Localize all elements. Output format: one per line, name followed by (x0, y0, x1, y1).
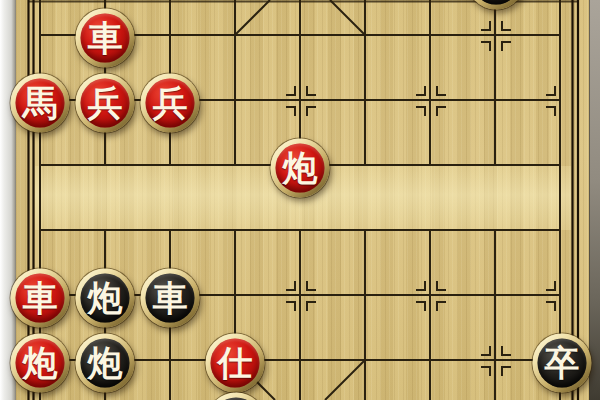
piece-red-soldier[interactable]: 兵 (141, 74, 200, 133)
piece-black-chariot[interactable]: 車 (141, 269, 200, 328)
piece-character: 炮 (23, 346, 58, 381)
piece-red-cannon[interactable]: 炮 (271, 139, 330, 198)
position-marker (306, 106, 316, 116)
piece-character: 卒 (545, 346, 580, 381)
position-marker (546, 281, 556, 291)
piece-face: 馬 (16, 79, 65, 128)
xiangqi-board: 車馬兵兵炮車炮車炮炮仕卒 (0, 0, 600, 400)
piece-face: 車 (146, 274, 195, 323)
piece-face: 仕 (211, 339, 260, 388)
piece-black-cannon[interactable]: 炮 (76, 334, 135, 393)
position-marker (481, 366, 491, 376)
piece-character: 車 (23, 281, 58, 316)
position-marker (436, 281, 446, 291)
position-marker (501, 21, 511, 31)
position-marker (306, 86, 316, 96)
piece-black-soldier[interactable]: 卒 (533, 334, 592, 393)
piece-face: 炮 (16, 339, 65, 388)
piece-face: 炮 (81, 274, 130, 323)
piece-character: 兵 (88, 86, 123, 121)
position-marker (481, 346, 491, 356)
piece-character: 炮 (283, 151, 318, 186)
piece-red-soldier[interactable]: 兵 (76, 74, 135, 133)
piece-character: 車 (88, 21, 123, 56)
position-marker (501, 346, 511, 356)
piece-face: 車 (81, 14, 130, 63)
position-marker (286, 301, 296, 311)
position-marker (546, 301, 556, 311)
piece-character: 兵 (153, 86, 188, 121)
position-marker (436, 106, 446, 116)
piece-black-cannon[interactable]: 炮 (76, 269, 135, 328)
piece-red-horse[interactable]: 馬 (11, 74, 70, 133)
piece-face: 兵 (81, 79, 130, 128)
position-marker (306, 281, 316, 291)
piece-face: 炮 (81, 339, 130, 388)
position-marker (501, 41, 511, 51)
piece-character: 炮 (88, 346, 123, 381)
position-marker (286, 281, 296, 291)
position-marker (436, 86, 446, 96)
position-marker (416, 106, 426, 116)
piece-character: 車 (153, 281, 188, 316)
piece-face: 兵 (146, 79, 195, 128)
position-marker (416, 301, 426, 311)
piece-red-cannon[interactable]: 炮 (11, 334, 70, 393)
position-marker (481, 21, 491, 31)
piece-character: 炮 (88, 281, 123, 316)
position-marker (286, 86, 296, 96)
piece-red-chariot[interactable]: 車 (76, 9, 135, 68)
piece-red-chariot[interactable]: 車 (11, 269, 70, 328)
position-marker (501, 366, 511, 376)
piece-character: 仕 (218, 346, 253, 381)
piece-face: 車 (16, 274, 65, 323)
piece-character: 馬 (23, 86, 58, 121)
position-marker (286, 106, 296, 116)
position-marker (546, 86, 556, 96)
position-marker (416, 281, 426, 291)
position-marker (546, 106, 556, 116)
position-marker (306, 301, 316, 311)
piece-face: 炮 (276, 144, 325, 193)
position-marker (416, 86, 426, 96)
piece-face (472, 0, 521, 5)
piece-red-advisor[interactable]: 仕 (206, 334, 265, 393)
piece-face: 卒 (538, 339, 587, 388)
position-marker (436, 301, 446, 311)
position-marker (481, 41, 491, 51)
